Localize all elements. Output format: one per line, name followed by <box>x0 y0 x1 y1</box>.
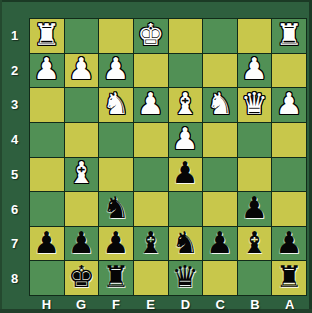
square-c4[interactable] <box>203 123 237 157</box>
piece-black-rook[interactable]: ♜ <box>276 262 303 292</box>
square-g7[interactable]: ♟ <box>65 227 99 261</box>
square-b8[interactable] <box>238 261 272 295</box>
square-h1[interactable]: ♜ <box>30 19 64 53</box>
square-d8[interactable]: ♛ <box>169 261 203 295</box>
square-g3[interactable] <box>65 88 99 122</box>
square-d5[interactable]: ♟ <box>169 158 203 192</box>
square-d1[interactable] <box>169 19 203 53</box>
square-g1[interactable] <box>65 19 99 53</box>
square-a7[interactable]: ♟ <box>272 227 306 261</box>
square-c5[interactable] <box>203 158 237 192</box>
square-a5[interactable] <box>272 158 306 192</box>
piece-black-knight[interactable]: ♞ <box>172 228 199 258</box>
frame-edge-top <box>0 0 312 2</box>
piece-white-queen[interactable]: ♛ <box>241 89 268 119</box>
square-h8[interactable] <box>30 261 64 295</box>
piece-black-queen[interactable]: ♛ <box>172 262 199 292</box>
chess-board-panel: 12345678 ♜♚♜♟♟♟♟♞♟♝♞♛♟♟♝♟♞♟♟♟♟♝♞♟♝♟♚♜♛♜ … <box>0 0 312 313</box>
piece-black-pawn[interactable]: ♟ <box>276 228 303 258</box>
piece-white-king[interactable]: ♚ <box>137 20 164 50</box>
rank-label-3: 3 <box>0 88 29 123</box>
square-f8[interactable]: ♜ <box>99 261 133 295</box>
square-d6[interactable] <box>169 192 203 226</box>
square-h3[interactable] <box>30 88 64 122</box>
piece-white-pawn[interactable]: ♟ <box>276 89 303 119</box>
square-h2[interactable]: ♟ <box>30 54 64 88</box>
square-e1[interactable]: ♚ <box>134 19 168 53</box>
piece-white-pawn[interactable]: ♟ <box>33 54 60 84</box>
square-f7[interactable]: ♟ <box>99 227 133 261</box>
square-d4[interactable]: ♟ <box>169 123 203 157</box>
square-b3[interactable]: ♛ <box>238 88 272 122</box>
square-g4[interactable] <box>65 123 99 157</box>
piece-white-knight[interactable]: ♞ <box>206 89 233 119</box>
square-e2[interactable] <box>134 54 168 88</box>
piece-white-pawn[interactable]: ♟ <box>68 54 95 84</box>
square-a4[interactable] <box>272 123 306 157</box>
piece-white-bishop[interactable]: ♝ <box>172 89 199 119</box>
board-grid: ♜♚♜♟♟♟♟♞♟♝♞♛♟♟♝♟♞♟♟♟♟♝♞♟♝♟♚♜♛♜ <box>29 18 307 296</box>
square-a2[interactable] <box>272 54 306 88</box>
rank-label-1: 1 <box>0 18 29 53</box>
square-d7[interactable]: ♞ <box>169 227 203 261</box>
square-c1[interactable] <box>203 19 237 53</box>
piece-white-rook[interactable]: ♜ <box>33 20 60 50</box>
piece-black-rook[interactable]: ♜ <box>103 262 130 292</box>
file-label-b: B <box>238 296 273 313</box>
square-g8[interactable]: ♚ <box>65 261 99 295</box>
square-d3[interactable]: ♝ <box>169 88 203 122</box>
piece-black-pawn[interactable]: ♟ <box>206 228 233 258</box>
square-f3[interactable]: ♞ <box>99 88 133 122</box>
square-f5[interactable] <box>99 158 133 192</box>
piece-white-knight[interactable]: ♞ <box>103 89 130 119</box>
square-h5[interactable] <box>30 158 64 192</box>
file-label-c: C <box>203 296 238 313</box>
square-b5[interactable] <box>238 158 272 192</box>
file-label-a: A <box>272 296 307 313</box>
piece-black-bishop[interactable]: ♝ <box>137 228 164 258</box>
rank-label-4: 4 <box>0 122 29 157</box>
square-a6[interactable] <box>272 192 306 226</box>
square-e8[interactable] <box>134 261 168 295</box>
square-f1[interactable] <box>99 19 133 53</box>
file-labels: HGFEDCBA <box>29 296 307 313</box>
piece-black-pawn[interactable]: ♟ <box>33 228 60 258</box>
square-a3[interactable]: ♟ <box>272 88 306 122</box>
piece-black-pawn[interactable]: ♟ <box>68 228 95 258</box>
rank-label-5: 5 <box>0 157 29 192</box>
piece-white-rook[interactable]: ♜ <box>276 20 303 50</box>
piece-black-pawn[interactable]: ♟ <box>103 228 130 258</box>
square-c8[interactable] <box>203 261 237 295</box>
file-label-h: H <box>29 296 64 313</box>
piece-white-pawn[interactable]: ♟ <box>172 124 199 154</box>
square-d2[interactable] <box>169 54 203 88</box>
piece-white-pawn[interactable]: ♟ <box>241 54 268 84</box>
square-h4[interactable] <box>30 123 64 157</box>
square-h7[interactable]: ♟ <box>30 227 64 261</box>
square-c6[interactable] <box>203 192 237 226</box>
square-e3[interactable]: ♟ <box>134 88 168 122</box>
square-c7[interactable]: ♟ <box>203 227 237 261</box>
square-b4[interactable] <box>238 123 272 157</box>
piece-black-pawn[interactable]: ♟ <box>172 158 199 188</box>
rank-label-8: 8 <box>0 261 29 296</box>
file-label-f: F <box>99 296 134 313</box>
square-b6[interactable]: ♟ <box>238 192 272 226</box>
square-b1[interactable] <box>238 19 272 53</box>
rank-label-2: 2 <box>0 53 29 88</box>
square-f2[interactable]: ♟ <box>99 54 133 88</box>
rank-label-6: 6 <box>0 192 29 227</box>
square-c3[interactable]: ♞ <box>203 88 237 122</box>
square-h6[interactable] <box>30 192 64 226</box>
file-label-d: D <box>168 296 203 313</box>
square-f6[interactable]: ♞ <box>99 192 133 226</box>
piece-black-bishop[interactable]: ♝ <box>241 228 268 258</box>
piece-white-bishop[interactable]: ♝ <box>68 158 95 188</box>
rank-label-7: 7 <box>0 227 29 262</box>
piece-white-pawn[interactable]: ♟ <box>103 54 130 84</box>
file-label-g: G <box>64 296 99 313</box>
square-e7[interactable]: ♝ <box>134 227 168 261</box>
square-g2[interactable]: ♟ <box>65 54 99 88</box>
square-a8[interactable]: ♜ <box>272 261 306 295</box>
piece-white-pawn[interactable]: ♟ <box>137 89 164 119</box>
square-g5[interactable]: ♝ <box>65 158 99 192</box>
square-b7[interactable]: ♝ <box>238 227 272 261</box>
square-e4[interactable] <box>134 123 168 157</box>
piece-black-pawn[interactable]: ♟ <box>241 193 268 223</box>
rank-labels: 12345678 <box>0 18 29 296</box>
piece-black-king[interactable]: ♚ <box>68 262 95 292</box>
square-c2[interactable] <box>203 54 237 88</box>
square-e6[interactable] <box>134 192 168 226</box>
square-f4[interactable] <box>99 123 133 157</box>
frame-edge-right <box>309 0 312 313</box>
square-b2[interactable]: ♟ <box>238 54 272 88</box>
square-e5[interactable] <box>134 158 168 192</box>
piece-black-knight[interactable]: ♞ <box>103 193 130 223</box>
file-label-e: E <box>133 296 168 313</box>
square-a1[interactable]: ♜ <box>272 19 306 53</box>
square-g6[interactable] <box>65 192 99 226</box>
